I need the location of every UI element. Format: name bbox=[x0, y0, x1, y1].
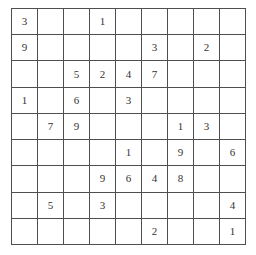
cell-r5c9[interactable] bbox=[220, 114, 245, 139]
cell-r3c8[interactable] bbox=[194, 61, 219, 86]
cell-r2c2[interactable] bbox=[38, 35, 63, 60]
cell-r6c4[interactable] bbox=[90, 140, 115, 165]
cell-r9c3[interactable] bbox=[64, 219, 89, 244]
cell-r7c3[interactable] bbox=[64, 166, 89, 191]
cell-r6c9[interactable]: 6 bbox=[220, 140, 245, 165]
cell-r6c2[interactable] bbox=[38, 140, 63, 165]
cell-r7c7[interactable]: 8 bbox=[168, 166, 193, 191]
cell-r5c1[interactable] bbox=[12, 114, 37, 139]
cell-r2c4[interactable] bbox=[90, 35, 115, 60]
cell-r1c5[interactable] bbox=[116, 9, 141, 34]
cell-r8c6[interactable] bbox=[142, 193, 167, 218]
cell-r8c4[interactable]: 3 bbox=[90, 193, 115, 218]
sudoku-board: 3193252471637913196964853421 bbox=[11, 8, 246, 245]
cell-r6c7[interactable]: 9 bbox=[168, 140, 193, 165]
cell-r3c4[interactable]: 2 bbox=[90, 61, 115, 86]
cell-r1c2[interactable] bbox=[38, 9, 63, 34]
cell-r3c2[interactable] bbox=[38, 61, 63, 86]
cell-r9c2[interactable] bbox=[38, 219, 63, 244]
cell-r4c6[interactable] bbox=[142, 88, 167, 113]
cell-r4c9[interactable] bbox=[220, 88, 245, 113]
cell-r7c2[interactable] bbox=[38, 166, 63, 191]
cell-r1c7[interactable] bbox=[168, 9, 193, 34]
cell-r9c7[interactable] bbox=[168, 219, 193, 244]
cell-r3c1[interactable] bbox=[12, 61, 37, 86]
cell-r9c4[interactable] bbox=[90, 219, 115, 244]
cell-r9c1[interactable] bbox=[12, 219, 37, 244]
cell-r1c8[interactable] bbox=[194, 9, 219, 34]
cell-r2c9[interactable] bbox=[220, 35, 245, 60]
cell-r3c3[interactable]: 5 bbox=[64, 61, 89, 86]
cell-r4c7[interactable] bbox=[168, 88, 193, 113]
cell-r2c1[interactable]: 9 bbox=[12, 35, 37, 60]
cell-r3c9[interactable] bbox=[220, 61, 245, 86]
cell-r7c8[interactable] bbox=[194, 166, 219, 191]
cell-r8c5[interactable] bbox=[116, 193, 141, 218]
cell-r7c6[interactable]: 4 bbox=[142, 166, 167, 191]
cell-r1c4[interactable]: 1 bbox=[90, 9, 115, 34]
cell-r4c8[interactable] bbox=[194, 88, 219, 113]
cell-r3c6[interactable]: 7 bbox=[142, 61, 167, 86]
cell-r1c3[interactable] bbox=[64, 9, 89, 34]
cell-r8c1[interactable] bbox=[12, 193, 37, 218]
sudoku-page: 3193252471637913196964853421 bbox=[0, 0, 256, 255]
cell-r8c7[interactable] bbox=[168, 193, 193, 218]
cell-r2c8[interactable]: 2 bbox=[194, 35, 219, 60]
cell-r2c5[interactable] bbox=[116, 35, 141, 60]
cell-r9c6[interactable]: 2 bbox=[142, 219, 167, 244]
cell-r5c7[interactable]: 1 bbox=[168, 114, 193, 139]
cell-r1c6[interactable] bbox=[142, 9, 167, 34]
cell-r1c9[interactable] bbox=[220, 9, 245, 34]
cell-r3c7[interactable] bbox=[168, 61, 193, 86]
cell-r8c2[interactable]: 5 bbox=[38, 193, 63, 218]
cell-r3c5[interactable]: 4 bbox=[116, 61, 141, 86]
cell-r5c2[interactable]: 7 bbox=[38, 114, 63, 139]
cell-r8c8[interactable] bbox=[194, 193, 219, 218]
cell-r4c4[interactable] bbox=[90, 88, 115, 113]
cell-r6c5[interactable]: 1 bbox=[116, 140, 141, 165]
cell-r4c5[interactable]: 3 bbox=[116, 88, 141, 113]
cell-r4c2[interactable] bbox=[38, 88, 63, 113]
cell-r5c8[interactable]: 3 bbox=[194, 114, 219, 139]
cell-r2c3[interactable] bbox=[64, 35, 89, 60]
cell-r9c5[interactable] bbox=[116, 219, 141, 244]
cell-r6c8[interactable] bbox=[194, 140, 219, 165]
cell-r2c6[interactable]: 3 bbox=[142, 35, 167, 60]
cell-r7c4[interactable]: 9 bbox=[90, 166, 115, 191]
cell-r6c1[interactable] bbox=[12, 140, 37, 165]
cell-r9c8[interactable] bbox=[194, 219, 219, 244]
cell-r4c1[interactable]: 1 bbox=[12, 88, 37, 113]
cell-r9c9[interactable]: 1 bbox=[220, 219, 245, 244]
cell-r5c4[interactable] bbox=[90, 114, 115, 139]
cell-r5c6[interactable] bbox=[142, 114, 167, 139]
cell-r7c9[interactable] bbox=[220, 166, 245, 191]
cell-r8c9[interactable]: 4 bbox=[220, 193, 245, 218]
cell-r2c7[interactable] bbox=[168, 35, 193, 60]
cell-r7c1[interactable] bbox=[12, 166, 37, 191]
cell-r6c3[interactable] bbox=[64, 140, 89, 165]
cell-r1c1[interactable]: 3 bbox=[12, 9, 37, 34]
cell-r8c3[interactable] bbox=[64, 193, 89, 218]
cell-r4c3[interactable]: 6 bbox=[64, 88, 89, 113]
cell-r6c6[interactable] bbox=[142, 140, 167, 165]
cell-r7c5[interactable]: 6 bbox=[116, 166, 141, 191]
cell-r5c5[interactable] bbox=[116, 114, 141, 139]
cell-r5c3[interactable]: 9 bbox=[64, 114, 89, 139]
